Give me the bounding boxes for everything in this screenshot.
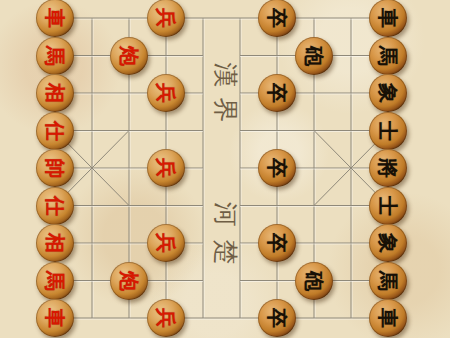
black-chariot-piece[interactable]: 車 (369, 0, 407, 37)
black-horse-piece[interactable]: 馬 (369, 262, 407, 300)
red-cannon-piece[interactable]: 炮 (110, 262, 148, 300)
black-chariot-glyph: 車 (378, 8, 398, 28)
black-soldier-piece[interactable]: 卒 (258, 0, 296, 37)
black-advisor-glyph: 士 (378, 121, 398, 141)
red-soldier-glyph: 兵 (156, 83, 176, 103)
black-chariot-piece[interactable]: 車 (369, 299, 407, 337)
black-elephant-piece[interactable]: 象 (369, 74, 407, 112)
red-elephant-piece[interactable]: 相 (36, 224, 74, 262)
black-advisor-piece[interactable]: 士 (369, 112, 407, 150)
black-general-glyph: 將 (378, 158, 398, 178)
red-general-glyph: 帥 (45, 158, 65, 178)
red-horse-glyph: 馬 (45, 271, 65, 291)
red-chariot-glyph: 車 (45, 8, 65, 28)
red-advisor-glyph: 仕 (45, 196, 65, 216)
black-soldier-piece[interactable]: 卒 (258, 149, 296, 187)
red-elephant-piece[interactable]: 相 (36, 74, 74, 112)
black-advisor-glyph: 士 (378, 196, 398, 216)
black-horse-piece[interactable]: 馬 (369, 37, 407, 75)
black-horse-glyph: 馬 (378, 46, 398, 66)
red-soldier-piece[interactable]: 兵 (147, 149, 185, 187)
red-soldier-glyph: 兵 (156, 158, 176, 178)
black-elephant-piece[interactable]: 象 (369, 224, 407, 262)
xiangqi-board: 漢界河楚 車馬相仕帥仕相馬車炮炮兵兵兵兵兵卒卒卒卒卒砲砲車馬象士將士象馬車 (0, 0, 450, 338)
red-soldier-glyph: 兵 (156, 8, 176, 28)
red-advisor-glyph: 仕 (45, 121, 65, 141)
red-soldier-piece[interactable]: 兵 (147, 74, 185, 112)
river-char: 界 (208, 98, 241, 123)
red-horse-piece[interactable]: 馬 (36, 262, 74, 300)
black-elephant-glyph: 象 (378, 233, 398, 253)
red-soldier-glyph: 兵 (156, 233, 176, 253)
black-cannon-piece[interactable]: 砲 (295, 262, 333, 300)
black-soldier-glyph: 卒 (267, 308, 287, 328)
black-soldier-glyph: 卒 (267, 233, 287, 253)
black-horse-glyph: 馬 (378, 271, 398, 291)
red-soldier-piece[interactable]: 兵 (147, 224, 185, 262)
black-soldier-glyph: 卒 (267, 83, 287, 103)
red-elephant-glyph: 相 (45, 83, 65, 103)
black-chariot-glyph: 車 (378, 308, 398, 328)
black-soldier-piece[interactable]: 卒 (258, 224, 296, 262)
red-cannon-glyph: 炮 (119, 271, 139, 291)
red-soldier-glyph: 兵 (156, 308, 176, 328)
red-horse-piece[interactable]: 馬 (36, 37, 74, 75)
red-horse-glyph: 馬 (45, 46, 65, 66)
red-advisor-piece[interactable]: 仕 (36, 112, 74, 150)
red-cannon-glyph: 炮 (119, 46, 139, 66)
black-general-piece[interactable]: 將 (369, 149, 407, 187)
black-soldier-glyph: 卒 (267, 8, 287, 28)
black-advisor-piece[interactable]: 士 (369, 187, 407, 225)
red-elephant-glyph: 相 (45, 233, 65, 253)
red-soldier-piece[interactable]: 兵 (147, 299, 185, 337)
black-soldier-piece[interactable]: 卒 (258, 299, 296, 337)
red-chariot-piece[interactable]: 車 (36, 0, 74, 37)
red-chariot-piece[interactable]: 車 (36, 299, 74, 337)
red-soldier-piece[interactable]: 兵 (147, 0, 185, 37)
black-cannon-glyph: 砲 (304, 46, 324, 66)
red-cannon-piece[interactable]: 炮 (110, 37, 148, 75)
river-char: 河 (208, 202, 241, 227)
red-chariot-glyph: 車 (45, 308, 65, 328)
black-soldier-piece[interactable]: 卒 (258, 74, 296, 112)
black-elephant-glyph: 象 (378, 83, 398, 103)
river-char: 楚 (208, 240, 241, 265)
river-char: 漢 (208, 63, 241, 88)
black-soldier-glyph: 卒 (267, 158, 287, 178)
red-advisor-piece[interactable]: 仕 (36, 187, 74, 225)
black-cannon-glyph: 砲 (304, 271, 324, 291)
black-cannon-piece[interactable]: 砲 (295, 37, 333, 75)
red-general-piece[interactable]: 帥 (36, 149, 74, 187)
